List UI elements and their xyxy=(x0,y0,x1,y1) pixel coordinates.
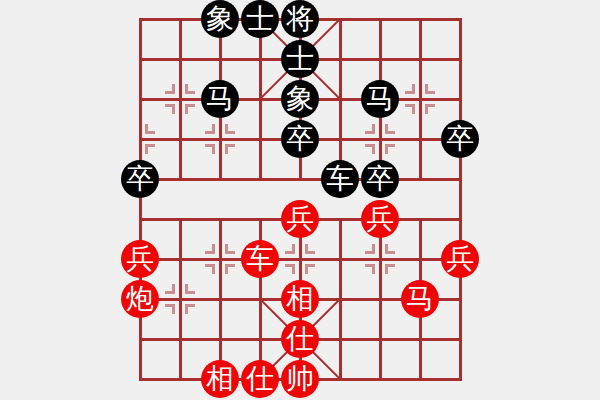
piece-red-horse[interactable]: 马 xyxy=(401,280,439,318)
point-marker xyxy=(212,124,215,134)
piece-black-soldier[interactable]: 卒 xyxy=(441,120,479,158)
piece-red-soldier[interactable]: 兵 xyxy=(121,240,159,278)
point-marker xyxy=(425,104,428,114)
point-marker xyxy=(385,144,388,154)
piece-black-elephant[interactable]: 象 xyxy=(201,0,239,38)
board-line-vertical xyxy=(379,218,382,381)
board-line-vertical xyxy=(339,18,342,181)
point-marker xyxy=(185,284,188,294)
piece-red-general[interactable]: 帅 xyxy=(281,360,319,398)
piece-red-elephant[interactable]: 相 xyxy=(201,360,239,398)
piece-red-soldier[interactable]: 兵 xyxy=(281,200,319,238)
point-marker xyxy=(172,304,175,314)
point-marker xyxy=(412,84,415,94)
point-marker xyxy=(225,244,228,254)
point-marker xyxy=(172,84,175,94)
board-line-vertical xyxy=(419,18,422,181)
piece-red-soldier[interactable]: 兵 xyxy=(361,200,399,238)
piece-red-chariot[interactable]: 车 xyxy=(241,240,279,278)
point-marker xyxy=(372,244,375,254)
point-marker xyxy=(212,264,215,274)
point-marker xyxy=(145,144,148,154)
point-marker xyxy=(372,124,375,134)
point-marker xyxy=(292,264,295,274)
point-marker xyxy=(225,264,228,274)
piece-red-soldier[interactable]: 兵 xyxy=(441,240,479,278)
point-marker xyxy=(292,244,295,254)
piece-red-elephant[interactable]: 相 xyxy=(281,280,319,318)
piece-black-general[interactable]: 将 xyxy=(281,0,319,38)
board-line-vertical-edge xyxy=(139,18,142,381)
xiangqi-app-canvas: 象士将士马象马卒卒卒车卒兵兵兵车兵炮相马仕相仕帅 xyxy=(0,0,600,400)
point-marker xyxy=(172,284,175,294)
board-line-vertical xyxy=(219,218,222,381)
board-line-vertical xyxy=(179,18,182,181)
piece-red-advisor[interactable]: 仕 xyxy=(241,360,279,398)
point-marker xyxy=(385,124,388,134)
point-marker xyxy=(372,264,375,274)
point-marker xyxy=(145,124,148,134)
piece-black-advisor[interactable]: 士 xyxy=(281,40,319,78)
piece-black-soldier[interactable]: 卒 xyxy=(281,120,319,158)
point-marker xyxy=(305,244,308,254)
point-marker xyxy=(385,264,388,274)
piece-red-cannon[interactable]: 炮 xyxy=(121,280,159,318)
point-marker xyxy=(185,104,188,114)
point-marker xyxy=(425,84,428,94)
point-marker xyxy=(185,304,188,314)
point-marker xyxy=(305,264,308,274)
board-line-vertical xyxy=(339,218,342,381)
piece-black-horse[interactable]: 马 xyxy=(361,80,399,118)
point-marker xyxy=(212,244,215,254)
piece-red-advisor[interactable]: 仕 xyxy=(281,320,319,358)
point-marker xyxy=(385,244,388,254)
board-line-vertical xyxy=(179,218,182,381)
point-marker xyxy=(212,144,215,154)
piece-black-advisor[interactable]: 士 xyxy=(241,0,279,38)
piece-black-soldier[interactable]: 卒 xyxy=(121,160,159,198)
point-marker xyxy=(372,144,375,154)
point-marker xyxy=(172,104,175,114)
point-marker xyxy=(412,104,415,114)
board-line-vertical xyxy=(259,18,262,181)
piece-black-elephant[interactable]: 象 xyxy=(281,80,319,118)
point-marker xyxy=(225,144,228,154)
piece-black-chariot[interactable]: 车 xyxy=(321,160,359,198)
board-line-vertical-edge xyxy=(459,18,462,381)
piece-black-horse[interactable]: 马 xyxy=(201,80,239,118)
point-marker xyxy=(185,84,188,94)
xiangqi-board[interactable]: 象士将士马象马卒卒卒车卒兵兵兵车兵炮相马仕相仕帅 xyxy=(140,19,460,379)
point-marker xyxy=(225,124,228,134)
piece-black-soldier[interactable]: 卒 xyxy=(361,160,399,198)
